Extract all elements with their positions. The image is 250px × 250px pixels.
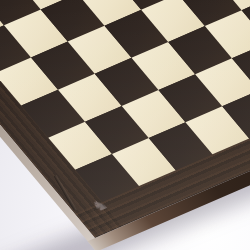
photo-of-chessboard: ♞	[0, 0, 250, 250]
